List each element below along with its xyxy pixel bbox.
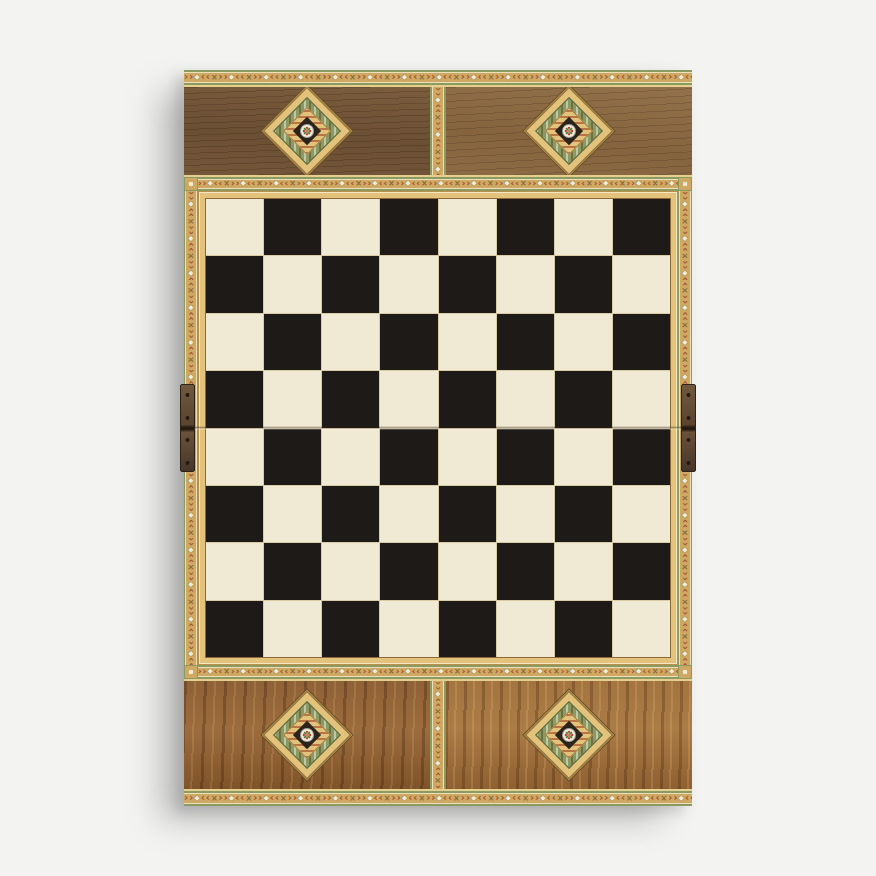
square-g2[interactable] [555,543,612,599]
chessboard: ››◆‹‹×››◆‹‹×››◆‹‹×››◆‹‹×››◆‹‹×››◆‹‹×››◆‹… [184,70,692,806]
square-d3[interactable] [380,486,437,542]
square-g6[interactable] [555,314,612,370]
photo-background: ››◆‹‹×››◆‹‹×››◆‹‹×››◆‹‹×››◆‹‹×››◆‹‹×››◆‹… [0,0,876,876]
eight-point-star-icon [301,124,313,138]
square-c4[interactable] [322,429,379,485]
square-d7[interactable] [380,256,437,312]
square-e5[interactable] [439,371,496,427]
square-a3[interactable] [206,486,263,542]
square-g5[interactable] [555,371,612,427]
square-f7[interactable] [497,256,554,312]
medallion-bottom-right [521,687,617,783]
square-c3[interactable] [322,486,379,542]
frame-corner-bottom-left [184,665,198,679]
medallion-top-left [259,87,355,175]
square-c2[interactable] [322,543,379,599]
medallion-bottom-left [259,687,355,783]
square-d2[interactable] [380,543,437,599]
medallion-star-rosette [301,125,313,137]
eight-point-star-icon [563,124,575,138]
square-h8[interactable] [613,199,670,255]
square-g3[interactable] [555,486,612,542]
square-b1[interactable] [264,601,321,657]
square-h6[interactable] [613,314,670,370]
frame-corner-bottom-right [678,665,692,679]
square-e4[interactable] [439,429,496,485]
bottom-wood-panel: ››◆‹‹×››◆‹‹×››◆‹‹×››◆‹‹×››◆‹‹×››◆‹‹×››◆‹… [184,679,692,791]
square-a8[interactable] [206,199,263,255]
square-a6[interactable] [206,314,263,370]
left-hinge [180,384,195,472]
square-h4[interactable] [613,429,670,485]
medallion-outer-diamond [524,87,615,175]
square-g8[interactable] [555,199,612,255]
checker-border-bottom: ››◆‹‹×››◆‹‹×››◆‹‹×››◆‹‹×››◆‹‹×››◆‹‹×››◆‹… [198,665,678,679]
square-e1[interactable] [439,601,496,657]
square-c8[interactable] [322,199,379,255]
square-a4[interactable] [206,429,263,485]
fold-seam [184,426,692,430]
square-b6[interactable] [264,314,321,370]
square-f8[interactable] [497,199,554,255]
square-c6[interactable] [322,314,379,370]
eight-point-star-icon [563,728,575,742]
square-b7[interactable] [264,256,321,312]
medallion-outer-diamond [524,690,615,781]
top-right-wood-section [446,87,692,175]
square-g4[interactable] [555,429,612,485]
square-g7[interactable] [555,256,612,312]
square-f5[interactable] [497,371,554,427]
square-g1[interactable] [555,601,612,657]
square-d5[interactable] [380,371,437,427]
square-b5[interactable] [264,371,321,427]
bottom-right-wood-section [446,681,692,789]
square-h1[interactable] [613,601,670,657]
square-h7[interactable] [613,256,670,312]
right-hinge [681,384,696,472]
square-e2[interactable] [439,543,496,599]
square-b4[interactable] [264,429,321,485]
square-h2[interactable] [613,543,670,599]
square-c7[interactable] [322,256,379,312]
square-a5[interactable] [206,371,263,427]
square-c1[interactable] [322,601,379,657]
square-b8[interactable] [264,199,321,255]
square-a2[interactable] [206,543,263,599]
square-f3[interactable] [497,486,554,542]
square-h5[interactable] [613,371,670,427]
square-h3[interactable] [613,486,670,542]
top-panel-divider-band: ››◆‹‹×››◆‹‹×››◆‹‹×››◆‹‹×››◆‹‹×››◆‹‹×››◆‹… [430,87,446,175]
medallion-outer-diamond [262,87,353,175]
square-f2[interactable] [497,543,554,599]
square-d8[interactable] [380,199,437,255]
square-f4[interactable] [497,429,554,485]
eight-point-star-icon [301,728,313,742]
square-d4[interactable] [380,429,437,485]
square-b3[interactable] [264,486,321,542]
top-wood-panel: ››◆‹‹×››◆‹‹×››◆‹‹×››◆‹‹×››◆‹‹×››◆‹‹×››◆‹… [184,85,692,177]
square-e8[interactable] [439,199,496,255]
top-left-wood-section [184,87,430,175]
medallion-outer-diamond [262,690,353,781]
square-a7[interactable] [206,256,263,312]
medallion-star-rosette [563,729,575,741]
bottom-left-wood-section [184,681,430,789]
square-a1[interactable] [206,601,263,657]
square-e6[interactable] [439,314,496,370]
square-b2[interactable] [264,543,321,599]
frame-corner-top-right [678,177,692,191]
frame-corner-top-left [184,177,198,191]
medallion-top-right [521,87,617,175]
square-e7[interactable] [439,256,496,312]
square-e3[interactable] [439,486,496,542]
bottom-border-mosaic: ››◆‹‹×››◆‹‹×››◆‹‹×››◆‹‹×››◆‹‹×››◆‹‹×››◆‹… [184,791,692,806]
bottom-panel-divider-band: ››◆‹‹×››◆‹‹×››◆‹‹×››◆‹‹×››◆‹‹×››◆‹‹×››◆‹… [430,681,446,789]
square-f1[interactable] [497,601,554,657]
medallion-star-rosette [301,729,313,741]
medallion-star-rosette [563,125,575,137]
square-d6[interactable] [380,314,437,370]
checker-border-top: ››◆‹‹×››◆‹‹×››◆‹‹×››◆‹‹×››◆‹‹×››◆‹‹×››◆‹… [198,177,678,191]
top-border-mosaic: ››◆‹‹×››◆‹‹×››◆‹‹×››◆‹‹×››◆‹‹×››◆‹‹×››◆‹… [184,70,692,85]
bottom-panel-divider-mosaic: ››◆‹‹×››◆‹‹×››◆‹‹×››◆‹‹×››◆‹‹×››◆‹‹×››◆‹… [430,681,446,789]
square-c5[interactable] [322,371,379,427]
square-f6[interactable] [497,314,554,370]
square-d1[interactable] [380,601,437,657]
top-panel-divider-mosaic: ››◆‹‹×››◆‹‹×››◆‹‹×››◆‹‹×››◆‹‹×››◆‹‹×››◆‹… [430,87,446,175]
